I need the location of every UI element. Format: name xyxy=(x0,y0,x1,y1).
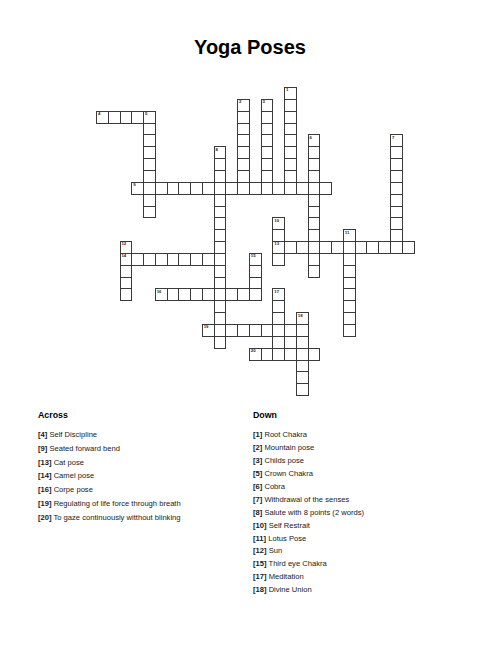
clue-number-label: 10 xyxy=(274,219,279,224)
down-clue-11: [11] Lotus Pose xyxy=(253,534,488,547)
down-clue-12: [12] Sun xyxy=(253,546,488,559)
clue-number-label: 9 xyxy=(133,183,135,188)
down-clue-7: [7] Withdrawal of the senses xyxy=(253,495,488,508)
down-clue-5: [5] Crown Chakra xyxy=(253,469,488,482)
across-clue-13: [13] Cat pose xyxy=(38,458,243,472)
down-clue-18: [18] Divine Union xyxy=(253,585,488,598)
clue-number-label: 2 xyxy=(239,100,241,105)
clue-number-label: 13 xyxy=(274,242,279,247)
across-clue-9: [9] Seated forward bend xyxy=(38,444,243,458)
grid-cell[interactable] xyxy=(237,288,250,301)
grid-cell[interactable] xyxy=(272,253,285,266)
grid-cell[interactable] xyxy=(296,182,309,195)
across-clue-list: [4] Self Discipline[9] Seated forward be… xyxy=(38,430,243,527)
across-header: Across xyxy=(38,410,243,420)
clue-number-label: 6 xyxy=(310,136,312,141)
down-clue-10: [10] Self Restrait xyxy=(253,521,488,534)
across-clue-4: [4] Self Discipline xyxy=(38,430,243,444)
clue-number-label: 15 xyxy=(251,254,256,259)
grid-cell[interactable] xyxy=(249,288,262,301)
clue-number-label: 18 xyxy=(298,314,303,319)
across-clue-19: [19] Regulating of life force through br… xyxy=(38,499,243,513)
clue-number-label: 5 xyxy=(145,112,147,117)
grid-cell[interactable] xyxy=(308,348,321,361)
clue-number-label: 16 xyxy=(157,290,162,295)
grid-cell[interactable] xyxy=(202,288,215,301)
clue-number-label: 4 xyxy=(98,112,100,117)
down-clue-15: [15] Third eye Chakra xyxy=(253,559,488,572)
down-clues-section: Down [1] Root Chakra[2] Mountain pose[3]… xyxy=(253,410,488,598)
crossword-page: Yoga Poses 12345678910131112141516171819… xyxy=(0,0,500,647)
grid-cell[interactable] xyxy=(202,253,215,266)
clue-number-label: 14 xyxy=(121,254,126,259)
grid-cell[interactable] xyxy=(402,241,415,254)
page-title: Yoga Poses xyxy=(0,36,500,59)
grid-cell[interactable] xyxy=(214,336,227,349)
grid-cell[interactable] xyxy=(120,288,133,301)
clue-number-label: 11 xyxy=(345,231,350,236)
grid-cell[interactable] xyxy=(331,241,344,254)
down-clue-2: [2] Mountain pose xyxy=(253,443,488,456)
clue-number-label: 1 xyxy=(286,88,288,93)
down-clue-1: [1] Root Chakra xyxy=(253,430,488,443)
grid-cell[interactable] xyxy=(202,182,215,195)
grid-cell[interactable] xyxy=(308,265,321,278)
grid-cell[interactable] xyxy=(319,182,332,195)
down-clue-17: [17] Meditation xyxy=(253,572,488,585)
grid-cell[interactable] xyxy=(249,182,262,195)
grid-cell[interactable] xyxy=(296,241,309,254)
down-clue-6: [6] Cobra xyxy=(253,482,488,495)
clue-number-label: 3 xyxy=(263,100,265,105)
grid-cell[interactable] xyxy=(284,348,297,361)
clue-number-label: 17 xyxy=(274,290,279,295)
grid-cell[interactable] xyxy=(296,383,309,396)
clue-number-label: 19 xyxy=(204,325,209,330)
grid-cell[interactable] xyxy=(143,206,156,219)
across-clues-section: Across [4] Self Discipline[9] Seated for… xyxy=(38,410,243,527)
grid-cell[interactable]: 9 xyxy=(131,182,144,195)
grid-cell[interactable] xyxy=(284,324,297,337)
across-clue-14: [14] Camel pose xyxy=(38,471,243,485)
down-clue-list: [1] Root Chakra[2] Mountain pose[3] Chil… xyxy=(253,430,488,598)
grid-cell[interactable] xyxy=(225,182,238,195)
grid-cell[interactable] xyxy=(343,324,356,337)
grid-cell[interactable] xyxy=(261,348,274,361)
down-clue-3: [3] Childs pose xyxy=(253,456,488,469)
grid-cell[interactable] xyxy=(272,182,285,195)
grid-cell[interactable]: 19 xyxy=(202,324,215,337)
across-clue-16: [16] Corpe pose xyxy=(38,485,243,499)
clue-number-label: 8 xyxy=(215,148,217,153)
clue-number-label: 20 xyxy=(251,349,256,354)
across-clue-20: [20] To gaze continuously witthout blink… xyxy=(38,513,243,527)
clue-number-label: 12 xyxy=(121,242,126,247)
grid-cell[interactable] xyxy=(378,241,391,254)
down-clue-8: [8] Salute with 8 points (2 words) xyxy=(253,508,488,521)
down-header: Down xyxy=(253,410,488,420)
grid-cell[interactable] xyxy=(261,324,274,337)
clue-number-label: 7 xyxy=(392,136,394,141)
